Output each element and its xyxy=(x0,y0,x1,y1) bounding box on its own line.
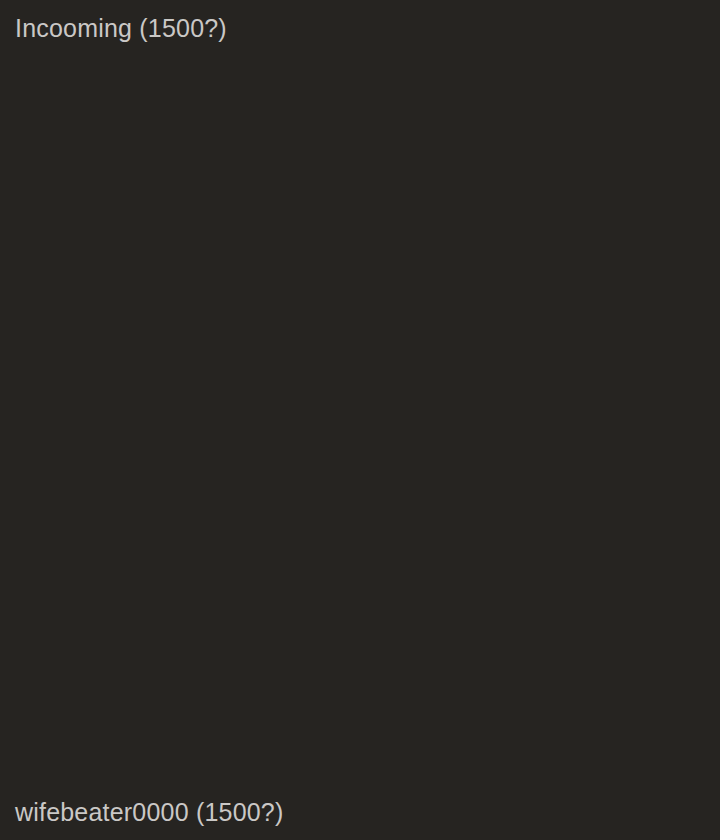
top-player-bar: Incooming (1500?) xyxy=(0,0,720,56)
bottom-player-name[interactable]: wifebeater0000 (1500?) xyxy=(15,798,283,827)
bottom-player-bar: wifebeater0000 (1500?) xyxy=(0,784,720,840)
top-player-name[interactable]: Incooming (1500?) xyxy=(15,14,227,43)
chess-board xyxy=(0,56,720,784)
